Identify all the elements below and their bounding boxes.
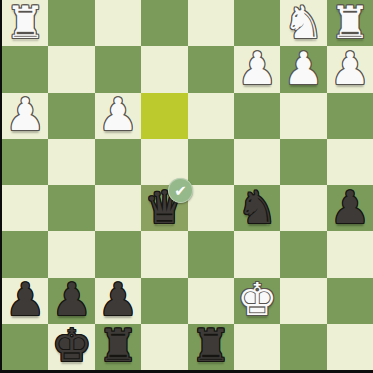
square-f6[interactable] <box>95 231 141 277</box>
square-c5[interactable]: ♞ <box>234 185 280 231</box>
square-e2[interactable] <box>141 46 187 92</box>
piece-black-rook-f8[interactable]: ♜ <box>98 323 138 368</box>
square-a7[interactable] <box>327 278 373 324</box>
square-g2[interactable] <box>48 46 94 92</box>
square-c7[interactable]: ♚ <box>234 278 280 324</box>
check-icon: ✔ <box>174 182 187 200</box>
square-b6[interactable] <box>280 231 326 277</box>
piece-black-king-g8[interactable]: ♚ <box>51 323 91 368</box>
square-h5[interactable] <box>2 185 48 231</box>
piece-white-rook-h1[interactable]: ♜ <box>5 0 45 45</box>
square-e3[interactable] <box>141 93 187 139</box>
board-frame: ♜♞♜♟♟♟♟♟♛♞♟♟♟♟♚♚♜♜ ✔ <box>0 0 373 373</box>
piece-black-knight-c5[interactable]: ♞ <box>237 185 277 230</box>
square-b2[interactable]: ♟ <box>280 46 326 92</box>
square-d5[interactable] <box>188 185 234 231</box>
piece-white-king-c7[interactable]: ♚ <box>237 277 277 322</box>
square-f8[interactable]: ♜ <box>95 324 141 370</box>
piece-white-pawn-f3[interactable]: ♟ <box>98 92 138 137</box>
square-a2[interactable]: ♟ <box>327 46 373 92</box>
square-g5[interactable] <box>48 185 94 231</box>
piece-white-rook-a1[interactable]: ♜ <box>330 0 370 45</box>
square-c3[interactable] <box>234 93 280 139</box>
square-c2[interactable]: ♟ <box>234 46 280 92</box>
square-h6[interactable] <box>2 231 48 277</box>
piece-black-pawn-a5[interactable]: ♟ <box>330 185 370 230</box>
square-e8[interactable] <box>141 324 187 370</box>
piece-white-knight-b1[interactable]: ♞ <box>283 0 323 45</box>
square-g4[interactable] <box>48 139 94 185</box>
square-g6[interactable] <box>48 231 94 277</box>
square-f2[interactable] <box>95 46 141 92</box>
square-f5[interactable] <box>95 185 141 231</box>
square-d4[interactable] <box>188 139 234 185</box>
square-f3[interactable]: ♟ <box>95 93 141 139</box>
piece-white-pawn-c2[interactable]: ♟ <box>237 46 277 91</box>
piece-black-pawn-h7[interactable]: ♟ <box>5 277 45 322</box>
square-b1[interactable]: ♞ <box>280 0 326 46</box>
square-b3[interactable] <box>280 93 326 139</box>
square-d8[interactable]: ♜ <box>188 324 234 370</box>
square-b8[interactable] <box>280 324 326 370</box>
square-h1[interactable]: ♜ <box>2 0 48 46</box>
square-b7[interactable] <box>280 278 326 324</box>
square-c6[interactable] <box>234 231 280 277</box>
square-a5[interactable]: ♟ <box>327 185 373 231</box>
square-c8[interactable] <box>234 324 280 370</box>
square-f7[interactable]: ♟ <box>95 278 141 324</box>
piece-black-pawn-g7[interactable]: ♟ <box>51 277 91 322</box>
square-g1[interactable] <box>48 0 94 46</box>
square-a4[interactable] <box>327 139 373 185</box>
square-h4[interactable] <box>2 139 48 185</box>
square-h7[interactable]: ♟ <box>2 278 48 324</box>
square-a8[interactable] <box>327 324 373 370</box>
square-c4[interactable] <box>234 139 280 185</box>
square-d2[interactable] <box>188 46 234 92</box>
piece-white-pawn-a2[interactable]: ♟ <box>330 46 370 91</box>
square-a1[interactable]: ♜ <box>327 0 373 46</box>
square-f1[interactable] <box>95 0 141 46</box>
square-a6[interactable] <box>327 231 373 277</box>
square-g3[interactable] <box>48 93 94 139</box>
square-d7[interactable] <box>188 278 234 324</box>
square-e7[interactable] <box>141 278 187 324</box>
piece-black-pawn-f7[interactable]: ♟ <box>98 277 138 322</box>
piece-white-pawn-b2[interactable]: ♟ <box>283 46 323 91</box>
square-h3[interactable]: ♟ <box>2 93 48 139</box>
square-a3[interactable] <box>327 93 373 139</box>
square-h8[interactable] <box>2 324 48 370</box>
square-b4[interactable] <box>280 139 326 185</box>
square-e1[interactable] <box>141 0 187 46</box>
square-d6[interactable] <box>188 231 234 277</box>
square-c1[interactable] <box>234 0 280 46</box>
piece-black-rook-d8[interactable]: ♜ <box>191 323 231 368</box>
square-e6[interactable] <box>141 231 187 277</box>
square-f4[interactable] <box>95 139 141 185</box>
square-g8[interactable]: ♚ <box>48 324 94 370</box>
square-d3[interactable] <box>188 93 234 139</box>
correct-move-badge: ✔ <box>168 178 193 203</box>
square-d1[interactable] <box>188 0 234 46</box>
piece-white-pawn-h3[interactable]: ♟ <box>5 92 45 137</box>
square-g7[interactable]: ♟ <box>48 278 94 324</box>
square-b5[interactable] <box>280 185 326 231</box>
square-h2[interactable] <box>2 46 48 92</box>
